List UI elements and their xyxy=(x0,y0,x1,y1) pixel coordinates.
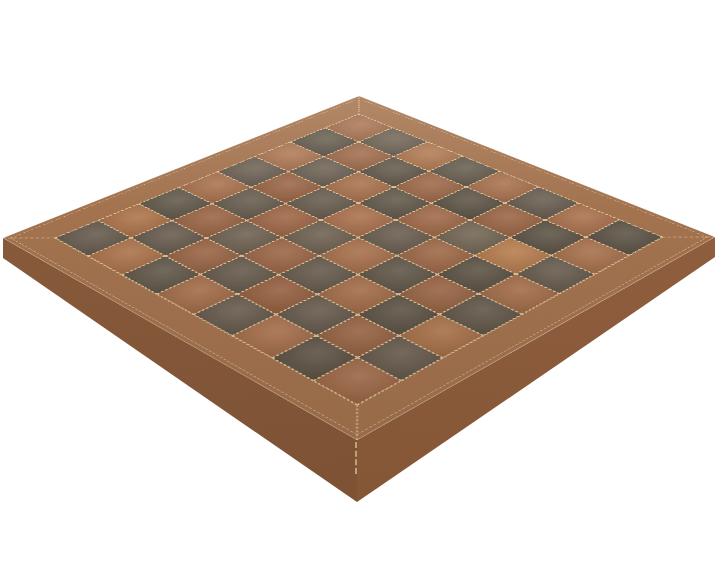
corner-edge-stitch xyxy=(355,442,357,474)
board-grid xyxy=(54,114,664,406)
chess-board xyxy=(3,96,715,440)
product-photo-stage xyxy=(0,0,720,576)
